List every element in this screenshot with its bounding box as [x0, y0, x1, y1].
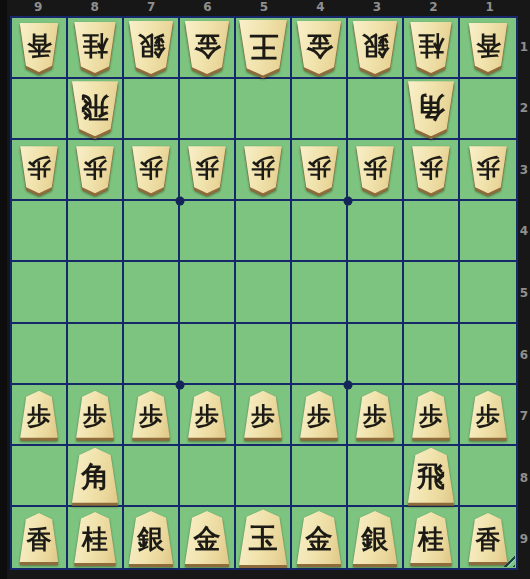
- koma-shape: 歩: [243, 391, 283, 438]
- rank-label-5: 5: [518, 262, 530, 324]
- piece-kanji: 金: [194, 521, 221, 557]
- piece-kanji: 歩: [195, 400, 219, 432]
- gote-piece-桂[interactable]: 桂: [73, 22, 117, 73]
- square-7-3[interactable]: 歩: [124, 140, 180, 201]
- gote-piece-歩[interactable]: 歩: [243, 146, 283, 193]
- gote-piece-歩[interactable]: 歩: [299, 146, 339, 193]
- square-1-1[interactable]: 香: [460, 18, 516, 79]
- piece-kanji: 角: [81, 458, 109, 496]
- square-1-7[interactable]: 歩: [460, 385, 516, 446]
- square-4-5[interactable]: [292, 262, 348, 323]
- square-9-2[interactable]: [12, 79, 68, 140]
- koma-shape: 歩: [355, 146, 395, 193]
- koma-shape: 歩: [468, 146, 508, 193]
- gote-piece-歩[interactable]: 歩: [75, 146, 115, 193]
- piece-kanji: 角: [417, 88, 445, 126]
- file-label-2: 2: [405, 0, 461, 16]
- piece-kanji: 歩: [83, 152, 107, 184]
- file-label-4: 4: [292, 0, 348, 16]
- koma-shape: 歩: [19, 146, 59, 193]
- koma-shape: 香: [19, 513, 60, 562]
- koma-shape: 金: [184, 21, 231, 74]
- square-9-1[interactable]: 香: [12, 18, 68, 79]
- piece-kanji: 王: [249, 26, 278, 66]
- gote-piece-歩[interactable]: 歩: [187, 146, 227, 193]
- piece-kanji: 歩: [27, 400, 51, 432]
- square-8-2[interactable]: 飛: [68, 79, 124, 140]
- square-2-7[interactable]: 歩: [404, 385, 460, 446]
- gote-piece-歩[interactable]: 歩: [131, 146, 171, 193]
- square-6-6[interactable]: [180, 324, 236, 385]
- square-3-4[interactable]: [348, 201, 404, 262]
- piece-kanji: 歩: [419, 152, 443, 184]
- piece-kanji: 歩: [363, 400, 387, 432]
- koma-shape: 角: [71, 448, 120, 503]
- sente-piece-歩[interactable]: 歩: [243, 391, 283, 438]
- square-5-2[interactable]: [236, 79, 292, 140]
- square-3-3[interactable]: 歩: [348, 140, 404, 201]
- piece-kanji: 銀: [362, 521, 389, 557]
- koma-shape: 歩: [19, 391, 59, 438]
- sente-piece-歩[interactable]: 歩: [187, 391, 227, 438]
- window-edge-shade: [0, 0, 7, 579]
- sente-piece-金[interactable]: 金: [184, 511, 231, 564]
- piece-kanji: 歩: [307, 152, 331, 184]
- square-2-4[interactable]: [404, 201, 460, 262]
- piece-kanji: 銀: [138, 28, 165, 64]
- square-5-3[interactable]: 歩: [236, 140, 292, 201]
- koma-shape: 銀: [128, 511, 175, 564]
- square-9-4[interactable]: [12, 201, 68, 262]
- rank-label-9: 9: [518, 508, 530, 570]
- piece-kanji: 桂: [82, 522, 108, 557]
- square-5-9[interactable]: 玉: [236, 507, 292, 568]
- square-8-5[interactable]: [68, 262, 124, 323]
- square-2-5[interactable]: [404, 262, 460, 323]
- sente-piece-歩[interactable]: 歩: [75, 391, 115, 438]
- gote-piece-歩[interactable]: 歩: [468, 146, 508, 193]
- gote-piece-歩[interactable]: 歩: [355, 146, 395, 193]
- sente-piece-歩[interactable]: 歩: [468, 391, 508, 438]
- square-3-9[interactable]: 銀: [348, 507, 404, 568]
- gote-piece-香[interactable]: 香: [468, 23, 509, 72]
- sente-piece-玉[interactable]: 玉: [238, 509, 289, 565]
- square-5-7[interactable]: 歩: [236, 385, 292, 446]
- koma-shape: 歩: [187, 146, 227, 193]
- piece-kanji: 香: [476, 523, 501, 556]
- square-7-7[interactable]: 歩: [124, 385, 180, 446]
- square-4-9[interactable]: 金: [292, 507, 348, 568]
- square-8-4[interactable]: [68, 201, 124, 262]
- koma-shape: 玉: [238, 509, 289, 565]
- koma-shape: 香: [468, 23, 509, 72]
- koma-shape: 歩: [187, 391, 227, 438]
- piece-kanji: 銀: [138, 521, 165, 557]
- file-label-3: 3: [349, 0, 405, 16]
- koma-shape: 歩: [75, 391, 115, 438]
- piece-kanji: 桂: [418, 28, 444, 63]
- file-label-1: 1: [462, 0, 518, 16]
- square-1-6[interactable]: [460, 324, 516, 385]
- koma-shape: 歩: [411, 391, 451, 438]
- sente-piece-歩[interactable]: 歩: [19, 391, 59, 438]
- sente-piece-香[interactable]: 香: [19, 513, 60, 562]
- square-4-7[interactable]: 歩: [292, 385, 348, 446]
- piece-kanji: 歩: [195, 152, 219, 184]
- koma-shape: 飛: [71, 81, 120, 136]
- piece-kanji: 歩: [139, 400, 163, 432]
- square-7-2[interactable]: [124, 79, 180, 140]
- sente-piece-歩[interactable]: 歩: [411, 391, 451, 438]
- file-label-5: 5: [236, 0, 292, 16]
- piece-kanji: 歩: [27, 152, 51, 184]
- rank-label-2: 2: [518, 78, 530, 140]
- square-9-7[interactable]: 歩: [12, 385, 68, 446]
- koma-shape: 桂: [73, 512, 117, 563]
- gote-piece-歩[interactable]: 歩: [19, 146, 59, 193]
- gote-piece-王[interactable]: 王: [238, 20, 289, 76]
- koma-shape: 歩: [299, 146, 339, 193]
- square-9-8[interactable]: [12, 446, 68, 507]
- rank-labels: 123456789: [518, 16, 530, 570]
- gote-piece-香[interactable]: 香: [19, 23, 60, 72]
- sente-piece-角[interactable]: 角: [71, 448, 120, 503]
- koma-shape: 桂: [409, 22, 453, 73]
- gote-piece-金[interactable]: 金: [184, 21, 231, 74]
- shogi-board[interactable]: 香桂銀金王金銀桂香飛角歩歩歩歩歩歩歩歩歩歩歩歩歩歩歩歩歩歩角飛香桂銀金玉金銀桂香: [10, 16, 518, 570]
- square-7-1[interactable]: 銀: [124, 18, 180, 79]
- piece-kanji: 歩: [476, 152, 500, 184]
- square-1-8[interactable]: [460, 446, 516, 507]
- piece-kanji: 歩: [139, 152, 163, 184]
- file-label-9: 9: [10, 0, 66, 16]
- sente-piece-桂[interactable]: 桂: [409, 512, 453, 563]
- square-8-3[interactable]: 歩: [68, 140, 124, 201]
- gote-piece-銀[interactable]: 銀: [128, 21, 175, 74]
- square-2-9[interactable]: 桂: [404, 507, 460, 568]
- square-8-6[interactable]: [68, 324, 124, 385]
- square-6-8[interactable]: [180, 446, 236, 507]
- rank-label-4: 4: [518, 201, 530, 263]
- gote-piece-桂[interactable]: 桂: [409, 22, 453, 73]
- koma-shape: 桂: [409, 512, 453, 563]
- koma-shape: 金: [184, 511, 231, 564]
- square-3-7[interactable]: 歩: [348, 385, 404, 446]
- file-label-8: 8: [66, 0, 122, 16]
- square-8-1[interactable]: 桂: [68, 18, 124, 79]
- sente-piece-香[interactable]: 香: [468, 513, 509, 562]
- square-1-2[interactable]: [460, 79, 516, 140]
- gote-piece-飛[interactable]: 飛: [71, 81, 120, 136]
- koma-shape: 銀: [128, 21, 175, 74]
- piece-kanji: 金: [194, 28, 221, 64]
- square-5-4[interactable]: [236, 201, 292, 262]
- piece-kanji: 歩: [476, 400, 500, 432]
- square-7-5[interactable]: [124, 262, 180, 323]
- square-2-2[interactable]: 角: [404, 79, 460, 140]
- piece-kanji: 歩: [83, 400, 107, 432]
- sente-piece-歩[interactable]: 歩: [355, 391, 395, 438]
- square-1-9[interactable]: 香: [460, 507, 516, 568]
- square-4-4[interactable]: [292, 201, 348, 262]
- square-7-6[interactable]: [124, 324, 180, 385]
- square-7-9[interactable]: 銀: [124, 507, 180, 568]
- piece-kanji: 香: [476, 29, 501, 62]
- square-9-3[interactable]: 歩: [12, 140, 68, 201]
- gote-piece-角[interactable]: 角: [407, 81, 456, 136]
- square-6-9[interactable]: 金: [180, 507, 236, 568]
- square-5-5[interactable]: [236, 262, 292, 323]
- square-2-3[interactable]: 歩: [404, 140, 460, 201]
- square-3-8[interactable]: [348, 446, 404, 507]
- square-1-3[interactable]: 歩: [460, 140, 516, 201]
- sente-piece-桂[interactable]: 桂: [73, 512, 117, 563]
- square-1-5[interactable]: [460, 262, 516, 323]
- sente-piece-金[interactable]: 金: [296, 511, 343, 564]
- file-label-6: 6: [179, 0, 235, 16]
- koma-shape: 王: [238, 20, 289, 76]
- koma-shape: 香: [19, 23, 60, 72]
- square-5-6[interactable]: [236, 324, 292, 385]
- koma-shape: 銀: [352, 21, 399, 74]
- square-6-7[interactable]: 歩: [180, 385, 236, 446]
- piece-kanji: 歩: [419, 400, 443, 432]
- koma-shape: 桂: [73, 22, 117, 73]
- koma-shape: 歩: [411, 146, 451, 193]
- square-2-1[interactable]: 桂: [404, 18, 460, 79]
- koma-shape: 歩: [355, 391, 395, 438]
- koma-shape: 銀: [352, 511, 399, 564]
- square-2-6[interactable]: [404, 324, 460, 385]
- square-9-6[interactable]: [12, 324, 68, 385]
- koma-shape: 歩: [131, 391, 171, 438]
- piece-kanji: 玉: [249, 519, 278, 559]
- piece-kanji: 歩: [251, 400, 275, 432]
- square-8-7[interactable]: 歩: [68, 385, 124, 446]
- square-2-8[interactable]: 飛: [404, 446, 460, 507]
- koma-shape: 歩: [468, 391, 508, 438]
- piece-kanji: 歩: [251, 152, 275, 184]
- sente-piece-銀[interactable]: 銀: [352, 511, 399, 564]
- square-3-5[interactable]: [348, 262, 404, 323]
- sente-piece-歩[interactable]: 歩: [131, 391, 171, 438]
- piece-kanji: 飛: [417, 458, 445, 496]
- sente-piece-歩[interactable]: 歩: [299, 391, 339, 438]
- square-4-3[interactable]: 歩: [292, 140, 348, 201]
- sente-piece-銀[interactable]: 銀: [128, 511, 175, 564]
- piece-kanji: 香: [27, 523, 52, 556]
- koma-shape: 歩: [243, 146, 283, 193]
- square-1-4[interactable]: [460, 201, 516, 262]
- koma-shape: 歩: [131, 146, 171, 193]
- koma-shape: 金: [296, 511, 343, 564]
- square-6-3[interactable]: 歩: [180, 140, 236, 201]
- square-7-4[interactable]: [124, 201, 180, 262]
- koma-shape: 角: [407, 81, 456, 136]
- rank-label-1: 1: [518, 16, 530, 78]
- square-3-2[interactable]: [348, 79, 404, 140]
- square-9-9[interactable]: 香: [12, 507, 68, 568]
- rank-label-8: 8: [518, 447, 530, 509]
- piece-kanji: 金: [306, 521, 333, 557]
- square-4-2[interactable]: [292, 79, 348, 140]
- square-6-2[interactable]: [180, 79, 236, 140]
- gote-piece-金[interactable]: 金: [296, 21, 343, 74]
- file-label-7: 7: [123, 0, 179, 16]
- piece-kanji: 飛: [81, 88, 109, 126]
- square-4-6[interactable]: [292, 324, 348, 385]
- square-6-1[interactable]: 金: [180, 18, 236, 79]
- rank-label-6: 6: [518, 324, 530, 386]
- piece-kanji: 香: [27, 29, 52, 62]
- square-6-5[interactable]: [180, 262, 236, 323]
- koma-shape: 金: [296, 21, 343, 74]
- square-8-9[interactable]: 桂: [68, 507, 124, 568]
- piece-kanji: 金: [306, 28, 333, 64]
- square-5-1[interactable]: 王: [236, 18, 292, 79]
- square-7-8[interactable]: [124, 446, 180, 507]
- piece-kanji: 歩: [307, 400, 331, 432]
- rank-label-7: 7: [518, 385, 530, 447]
- square-6-4[interactable]: [180, 201, 236, 262]
- square-3-1[interactable]: 銀: [348, 18, 404, 79]
- koma-shape: 香: [468, 513, 509, 562]
- piece-kanji: 桂: [82, 28, 108, 63]
- rank-label-3: 3: [518, 139, 530, 201]
- koma-shape: 飛: [407, 448, 456, 503]
- piece-kanji: 歩: [363, 152, 387, 184]
- sente-piece-飛[interactable]: 飛: [407, 448, 456, 503]
- gote-piece-銀[interactable]: 銀: [352, 21, 399, 74]
- piece-kanji: 銀: [362, 28, 389, 64]
- square-3-6[interactable]: [348, 324, 404, 385]
- square-8-8[interactable]: 角: [68, 446, 124, 507]
- file-labels: 987654321: [10, 0, 518, 16]
- square-5-8[interactable]: [236, 446, 292, 507]
- piece-kanji: 桂: [418, 522, 444, 557]
- koma-shape: 歩: [75, 146, 115, 193]
- koma-shape: 歩: [299, 391, 339, 438]
- square-9-5[interactable]: [12, 262, 68, 323]
- square-4-1[interactable]: 金: [292, 18, 348, 79]
- square-4-8[interactable]: [292, 446, 348, 507]
- gote-piece-歩[interactable]: 歩: [411, 146, 451, 193]
